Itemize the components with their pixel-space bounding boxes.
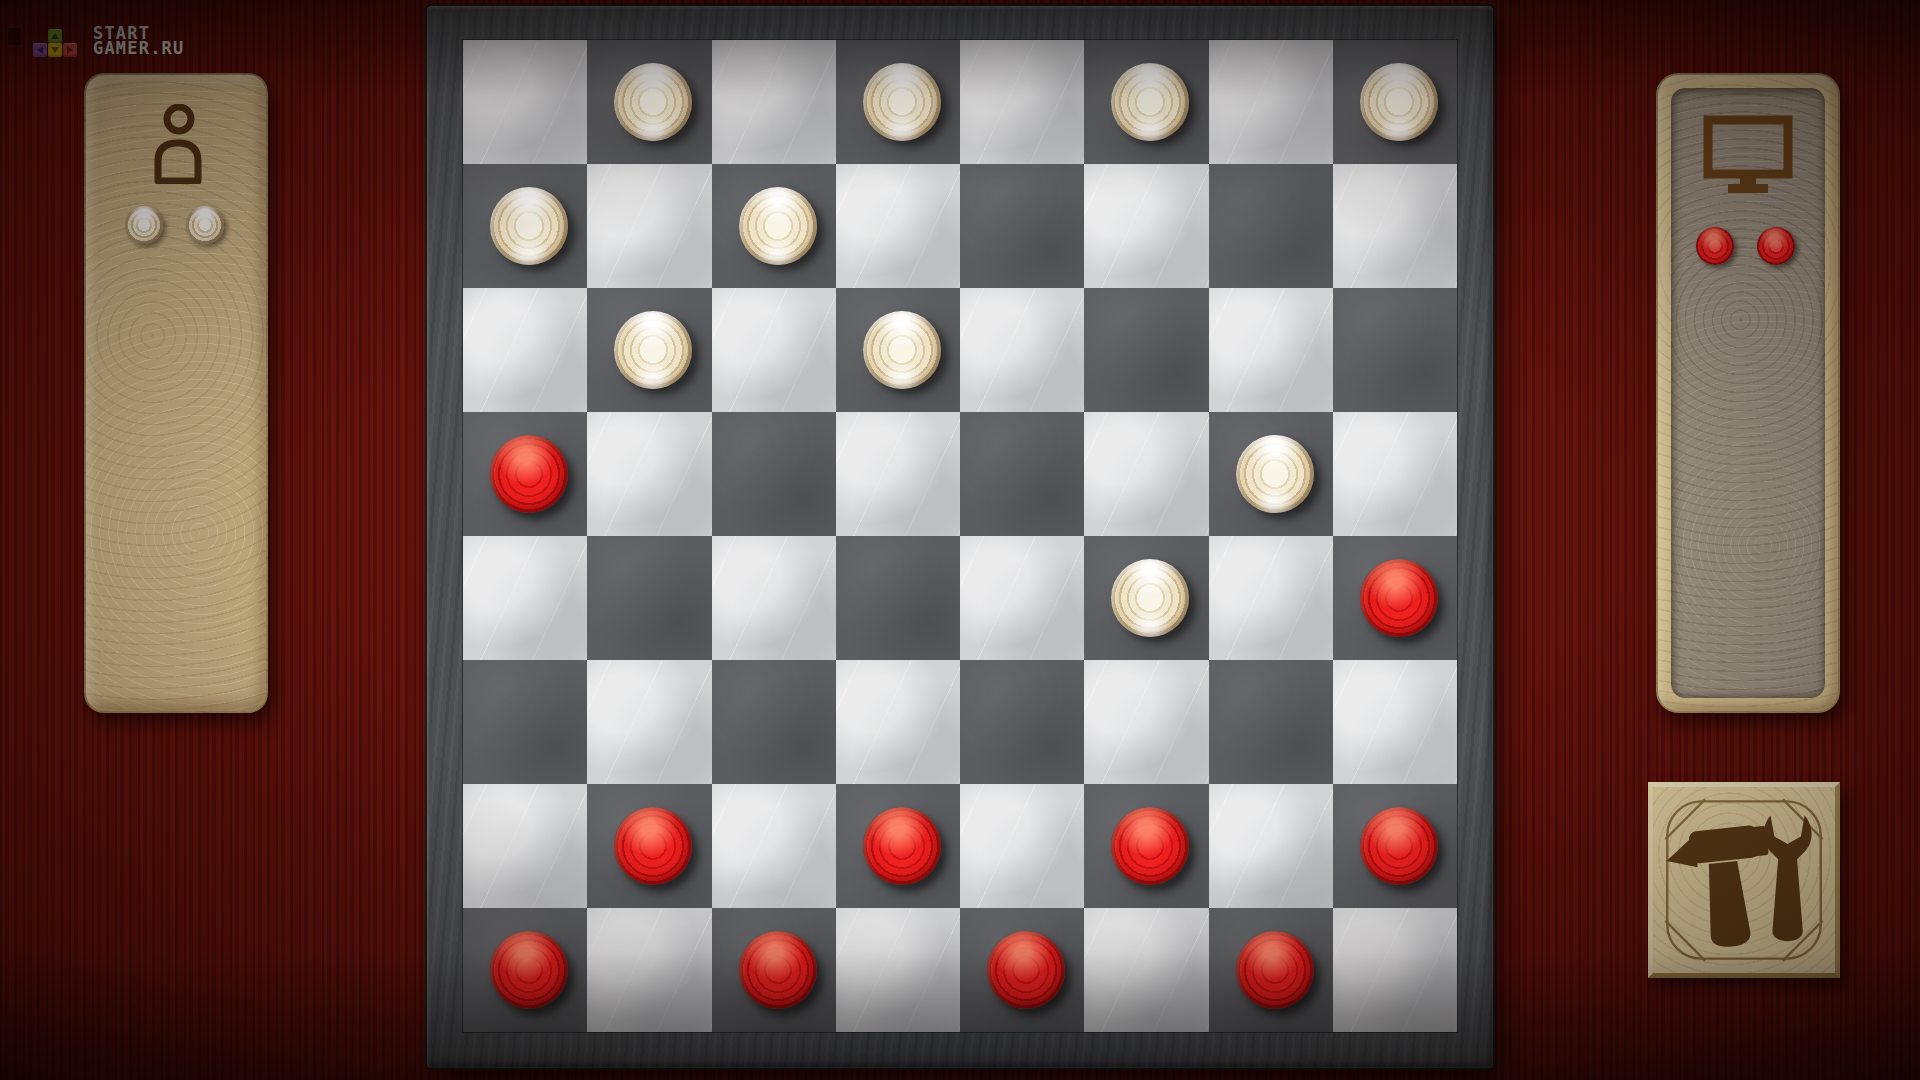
square-r1c4[interactable] xyxy=(836,40,960,164)
square-r3c2[interactable] xyxy=(587,288,711,412)
dpad-right-icon xyxy=(63,43,77,57)
game-screen: { "site_logo": { "line1": "START", "line… xyxy=(0,0,1920,1080)
white-piece[interactable] xyxy=(1111,559,1189,637)
square-r1c8[interactable] xyxy=(1333,40,1457,164)
square-r2c7[interactable] xyxy=(1209,164,1333,288)
square-r4c4 xyxy=(836,412,960,536)
human-player-panel xyxy=(84,73,268,713)
white-piece[interactable] xyxy=(863,63,941,141)
square-r1c1 xyxy=(463,40,587,164)
white-piece[interactable] xyxy=(1111,63,1189,141)
square-r3c6[interactable] xyxy=(1084,288,1208,412)
white-piece[interactable] xyxy=(614,63,692,141)
square-r1c6[interactable] xyxy=(1084,40,1208,164)
red-piece[interactable] xyxy=(739,931,817,1009)
dpad-left-icon xyxy=(33,43,47,57)
hammer-wrench-icon xyxy=(1653,787,1835,973)
square-r8c7[interactable] xyxy=(1209,908,1333,1032)
square-r4c6 xyxy=(1084,412,1208,536)
computer-player-icon xyxy=(1702,115,1794,195)
red-piece[interactable] xyxy=(1111,807,1189,885)
square-r5c3 xyxy=(712,536,836,660)
checkers-board xyxy=(463,40,1457,1032)
square-r6c4 xyxy=(836,660,960,784)
left-captured-tray xyxy=(125,206,224,244)
white-piece[interactable] xyxy=(1236,435,1314,513)
red-piece[interactable] xyxy=(1236,931,1314,1009)
square-r1c3 xyxy=(712,40,836,164)
square-r4c1[interactable] xyxy=(463,412,587,536)
square-r6c5[interactable] xyxy=(960,660,1084,784)
square-r7c4[interactable] xyxy=(836,784,960,908)
dpad-up-icon xyxy=(48,29,62,43)
red-piece[interactable] xyxy=(614,807,692,885)
square-r5c4[interactable] xyxy=(836,536,960,660)
square-r5c5 xyxy=(960,536,1084,660)
square-r7c2[interactable] xyxy=(587,784,711,908)
logo-chip-icon xyxy=(7,27,22,46)
square-r6c6 xyxy=(1084,660,1208,784)
square-r3c7 xyxy=(1209,288,1333,412)
white-piece[interactable] xyxy=(1360,63,1438,141)
captured-red-piece xyxy=(1696,227,1734,265)
square-r4c7[interactable] xyxy=(1209,412,1333,536)
square-r2c3[interactable] xyxy=(712,164,836,288)
square-r6c8 xyxy=(1333,660,1457,784)
red-piece[interactable] xyxy=(987,931,1065,1009)
logo-dpad-icon xyxy=(33,29,79,59)
square-r7c3 xyxy=(712,784,836,908)
square-r5c1 xyxy=(463,536,587,660)
square-r8c3[interactable] xyxy=(712,908,836,1032)
square-r4c2 xyxy=(587,412,711,536)
computer-player-panel xyxy=(1656,73,1840,713)
dpad-down-icon xyxy=(48,43,62,57)
square-r2c1[interactable] xyxy=(463,164,587,288)
red-piece[interactable] xyxy=(490,931,568,1009)
square-r1c5 xyxy=(960,40,1084,164)
square-r7c8[interactable] xyxy=(1333,784,1457,908)
captured-white-piece xyxy=(186,206,224,244)
square-r5c6[interactable] xyxy=(1084,536,1208,660)
square-r8c5[interactable] xyxy=(960,908,1084,1032)
square-r1c2[interactable] xyxy=(587,40,711,164)
square-r8c8 xyxy=(1333,908,1457,1032)
square-r6c3[interactable] xyxy=(712,660,836,784)
square-r7c5 xyxy=(960,784,1084,908)
board-frame xyxy=(427,6,1493,1068)
square-r2c2 xyxy=(587,164,711,288)
square-r3c1 xyxy=(463,288,587,412)
logo-line2: GAMER.RU xyxy=(93,41,184,56)
square-r5c7 xyxy=(1209,536,1333,660)
square-r2c6 xyxy=(1084,164,1208,288)
red-piece[interactable] xyxy=(1360,807,1438,885)
square-r8c4 xyxy=(836,908,960,1032)
site-logo-text: START GAMER.RU xyxy=(93,26,184,55)
square-r4c5[interactable] xyxy=(960,412,1084,536)
white-piece[interactable] xyxy=(863,311,941,389)
human-player-icon xyxy=(152,104,204,184)
red-piece[interactable] xyxy=(1360,559,1438,637)
square-r5c8[interactable] xyxy=(1333,536,1457,660)
square-r6c7[interactable] xyxy=(1209,660,1333,784)
red-piece[interactable] xyxy=(490,435,568,513)
square-r8c6 xyxy=(1084,908,1208,1032)
white-piece[interactable] xyxy=(490,187,568,265)
white-piece[interactable] xyxy=(739,187,817,265)
square-r2c8 xyxy=(1333,164,1457,288)
red-piece[interactable] xyxy=(863,807,941,885)
square-r6c1[interactable] xyxy=(463,660,587,784)
square-r8c1[interactable] xyxy=(463,908,587,1032)
square-r3c8[interactable] xyxy=(1333,288,1457,412)
square-r3c5 xyxy=(960,288,1084,412)
tools-button[interactable] xyxy=(1648,782,1840,978)
square-r7c6[interactable] xyxy=(1084,784,1208,908)
square-r5c2[interactable] xyxy=(587,536,711,660)
square-r3c4[interactable] xyxy=(836,288,960,412)
square-r3c3 xyxy=(712,288,836,412)
square-r6c2 xyxy=(587,660,711,784)
captured-white-piece xyxy=(125,206,163,244)
square-r1c7 xyxy=(1209,40,1333,164)
square-r2c5[interactable] xyxy=(960,164,1084,288)
right-captured-tray xyxy=(1696,227,1795,265)
white-piece[interactable] xyxy=(614,311,692,389)
square-r7c1 xyxy=(463,784,587,908)
captured-red-piece xyxy=(1757,227,1795,265)
square-r4c3[interactable] xyxy=(712,412,836,536)
square-r7c7 xyxy=(1209,784,1333,908)
square-r8c2 xyxy=(587,908,711,1032)
square-r4c8 xyxy=(1333,412,1457,536)
square-r2c4 xyxy=(836,164,960,288)
